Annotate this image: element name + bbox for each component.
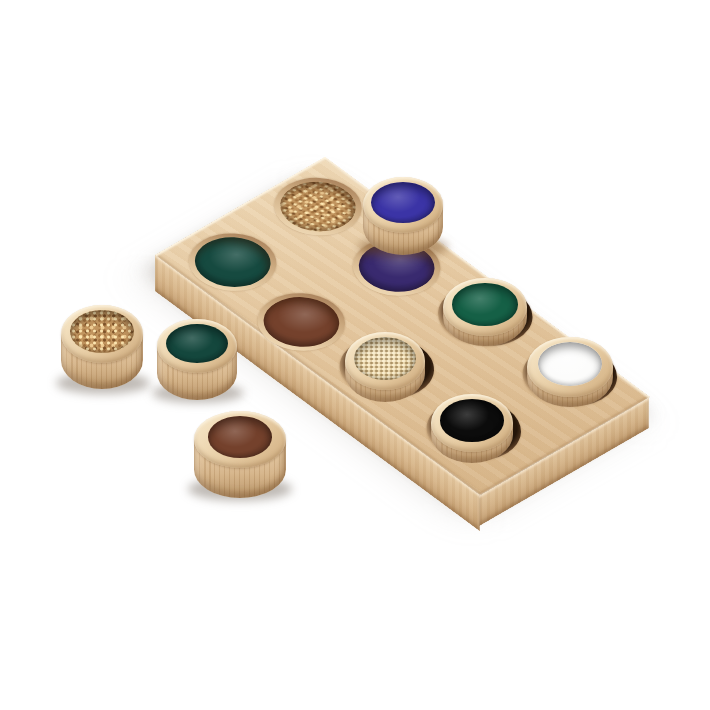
disc-wood-rim [527,337,613,397]
disc-surface [354,337,416,379]
disc-surface [70,310,134,352]
disc-wood-rim [363,177,443,233]
disc-surface [452,283,518,325]
disc-brown-felt[interactable] [194,411,286,498]
disc-wood-rim [431,394,513,452]
disc-rattan[interactable] [345,332,425,402]
disc-green-felt[interactable] [443,278,527,346]
disc-surface [371,182,435,223]
disc-wood-rim [345,332,425,390]
disc-wood-rim [443,278,527,336]
disc-surface [538,342,602,386]
disc-wood-rim [157,319,237,373]
disc-surface [440,399,504,441]
disc-dark-green-felt[interactable] [157,319,237,400]
product-photo-scene [0,0,710,710]
disc-wood-rim [61,305,143,363]
disc-white[interactable] [527,337,613,407]
disc-surface [166,324,228,363]
disc-black-felt[interactable] [431,394,513,463]
disc-blue-felt[interactable] [363,177,443,255]
disc-cork[interactable] [61,305,143,389]
disc-surface [208,416,272,458]
disc-wood-rim [194,411,286,468]
